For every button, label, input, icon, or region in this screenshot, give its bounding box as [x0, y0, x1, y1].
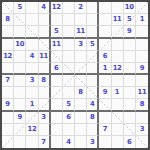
cell-r9c4[interactable] — [39, 99, 51, 111]
cell-r11c11[interactable] — [124, 124, 136, 136]
given-digit: 8 — [5, 16, 9, 23]
cell-r4c5[interactable]: 11 — [51, 39, 63, 51]
cell-r1c11[interactable]: 10 — [124, 2, 136, 14]
given-digit: 10 — [15, 41, 24, 48]
cell-r3c7[interactable]: 11 — [75, 26, 87, 38]
cell-r10c6[interactable]: 6 — [63, 112, 75, 124]
cell-r4c2[interactable]: 10 — [14, 39, 26, 51]
cell-r5c12[interactable] — [136, 51, 148, 63]
cell-r1c1[interactable] — [2, 2, 14, 14]
cell-r9c10[interactable] — [112, 99, 124, 111]
cell-r10c8[interactable]: 8 — [87, 112, 99, 124]
cell-r12c3[interactable] — [26, 136, 38, 148]
cell-r11c2[interactable] — [14, 124, 26, 136]
given-digit: 5 — [127, 16, 131, 23]
cell-r6c2[interactable] — [14, 63, 26, 75]
cell-r5c4[interactable]: 11 — [39, 51, 51, 63]
cell-r12c11[interactable]: 6 — [124, 136, 136, 148]
given-digit: 1 — [115, 89, 119, 96]
given-digit: 6 — [66, 114, 70, 121]
given-digit: 3 — [140, 126, 144, 133]
cell-r9c9[interactable] — [99, 99, 111, 111]
cell-r4c6[interactable] — [63, 39, 75, 51]
cell-r2c6[interactable] — [63, 14, 75, 26]
cell-r8c9[interactable]: 9 — [99, 87, 111, 99]
given-digit: 5 — [54, 28, 58, 35]
given-digit: 8 — [90, 114, 94, 121]
cell-r3c8[interactable] — [87, 26, 99, 38]
cell-r11c4[interactable] — [39, 124, 51, 136]
cell-r11c10[interactable] — [112, 124, 124, 136]
given-digit: 9 — [18, 114, 22, 121]
cell-r3c11[interactable]: 9 — [124, 26, 136, 38]
given-digit: 7 — [103, 126, 107, 133]
cell-r7c7[interactable] — [75, 75, 87, 87]
cell-r5c7[interactable] — [75, 51, 87, 63]
given-digit: 11 — [137, 89, 146, 96]
cell-r2c2[interactable] — [14, 14, 26, 26]
cell-r2c1[interactable]: 8 — [2, 14, 14, 26]
given-digit: 2 — [78, 4, 82, 11]
given-digit: 5 — [18, 4, 22, 11]
cell-r4c12[interactable] — [136, 39, 148, 51]
cell-r11c7[interactable] — [75, 124, 87, 136]
cell-r7c3[interactable]: 3 — [26, 75, 38, 87]
cell-r8c11[interactable] — [124, 87, 136, 99]
cell-r4c7[interactable]: 3 — [75, 39, 87, 51]
given-digit: 11 — [113, 16, 122, 23]
cell-r5c10[interactable] — [112, 51, 124, 63]
given-digit: 5 — [66, 101, 70, 108]
given-digit: 3 — [90, 139, 94, 146]
cell-r5c2[interactable] — [14, 51, 26, 63]
cell-r8c8[interactable] — [87, 87, 99, 99]
cell-r2c12[interactable]: 1 — [136, 14, 148, 26]
cell-r5c3[interactable]: 4 — [26, 51, 38, 63]
cell-r10c2[interactable]: 9 — [14, 112, 26, 124]
given-digit: 7 — [5, 77, 9, 84]
cell-r9c5[interactable] — [51, 99, 63, 111]
cell-r12c8[interactable]: 3 — [87, 136, 99, 148]
cell-r1c5[interactable]: 12 — [51, 2, 63, 14]
cell-r6c11[interactable] — [124, 63, 136, 75]
cell-r9c6[interactable]: 5 — [63, 99, 75, 111]
cell-r7c10[interactable] — [112, 75, 124, 87]
cell-r8c1[interactable] — [2, 87, 14, 99]
cell-r12c1[interactable] — [2, 136, 14, 148]
given-digit: 1 — [30, 101, 34, 108]
cell-r4c8[interactable]: 5 — [87, 39, 99, 51]
cell-r10c9[interactable] — [99, 112, 111, 124]
cell-r4c10[interactable] — [112, 39, 124, 51]
cell-r8c5[interactable] — [51, 87, 63, 99]
cell-r7c1[interactable]: 7 — [2, 75, 14, 87]
given-digit: 7 — [41, 139, 45, 146]
given-digit: 11 — [52, 41, 61, 48]
cell-r2c9[interactable] — [99, 14, 111, 26]
given-digit: 4 — [41, 4, 45, 11]
cell-r11c6[interactable] — [63, 124, 75, 136]
given-digit: 11 — [76, 28, 85, 35]
given-digit: 1 — [103, 65, 107, 72]
cell-r10c11[interactable] — [124, 112, 136, 124]
cell-r6c12[interactable]: 9 — [136, 63, 148, 75]
cell-r5c1[interactable]: 12 — [2, 51, 14, 63]
cell-r6c5[interactable]: 6 — [51, 63, 63, 75]
cell-r9c12[interactable]: 8 — [136, 99, 148, 111]
given-digit: 4 — [30, 53, 34, 60]
cell-r11c5[interactable] — [51, 124, 63, 136]
given-digit: 4 — [90, 101, 94, 108]
cell-r10c1[interactable] — [2, 112, 14, 124]
cell-r5c5[interactable] — [51, 51, 63, 63]
cell-r3c3[interactable] — [26, 26, 38, 38]
cell-r10c7[interactable] — [75, 112, 87, 124]
given-digit: 6 — [127, 139, 131, 146]
cell-r5c9[interactable]: 6 — [99, 51, 111, 63]
given-digit: 9 — [103, 89, 107, 96]
cell-r7c9[interactable] — [99, 75, 111, 87]
cell-r6c7[interactable] — [75, 63, 87, 75]
cell-r10c4[interactable]: 3 — [39, 112, 51, 124]
given-digit: 1 — [140, 16, 144, 23]
cell-r8c6[interactable] — [63, 87, 75, 99]
cell-r2c3[interactable] — [26, 14, 38, 26]
cell-r11c9[interactable]: 7 — [99, 124, 111, 136]
cell-r3c12[interactable] — [136, 26, 148, 38]
cell-r9c3[interactable]: 1 — [26, 99, 38, 111]
cell-r8c7[interactable]: 8 — [75, 87, 87, 99]
cell-r9c11[interactable] — [124, 99, 136, 111]
given-digit: 3 — [41, 114, 45, 121]
cell-r4c3[interactable] — [26, 39, 38, 51]
cell-r11c3[interactable]: 12 — [26, 124, 38, 136]
cell-r3c5[interactable]: 5 — [51, 26, 63, 38]
given-digit: 6 — [103, 53, 107, 60]
cell-r3c4[interactable] — [39, 26, 51, 38]
cell-r10c12[interactable] — [136, 112, 148, 124]
cell-r3c6[interactable] — [63, 26, 75, 38]
cell-r1c9[interactable] — [99, 2, 111, 14]
cell-r1c6[interactable] — [63, 2, 75, 14]
given-digit: 6 — [54, 65, 58, 72]
cell-r1c10[interactable] — [112, 2, 124, 14]
cell-r11c1[interactable] — [2, 124, 14, 136]
cell-r5c11[interactable] — [124, 51, 136, 63]
cell-r12c6[interactable]: 4 — [63, 136, 75, 148]
given-digit: 8 — [140, 101, 144, 108]
cell-r7c11[interactable] — [124, 75, 136, 87]
cell-r8c3[interactable] — [26, 87, 38, 99]
cell-r8c12[interactable]: 11 — [136, 87, 148, 99]
cell-r12c12[interactable] — [136, 136, 148, 148]
cell-r9c2[interactable] — [14, 99, 26, 111]
cell-r6c9[interactable]: 1 — [99, 63, 111, 75]
cell-r2c5[interactable] — [51, 14, 63, 26]
given-digit: 12 — [3, 53, 12, 60]
cell-r8c2[interactable] — [14, 87, 26, 99]
cell-r12c7[interactable] — [75, 136, 87, 148]
cell-r12c9[interactable] — [99, 136, 111, 148]
cell-r2c10[interactable]: 11 — [112, 14, 124, 26]
cell-r12c2[interactable] — [14, 136, 26, 148]
given-digit: 9 — [5, 101, 9, 108]
given-digit: 9 — [127, 28, 131, 35]
given-digit: 3 — [78, 41, 82, 48]
given-digit: 12 — [52, 4, 61, 11]
cell-r7c4[interactable]: 8 — [39, 75, 51, 87]
cell-r6c8[interactable] — [87, 63, 99, 75]
cell-r9c7[interactable] — [75, 99, 87, 111]
given-digit: 9 — [140, 65, 144, 72]
given-digit: 12 — [113, 65, 122, 72]
cell-r1c3[interactable] — [26, 2, 38, 14]
given-digit: 5 — [90, 41, 94, 48]
cell-r4c4[interactable] — [39, 39, 51, 51]
cell-r4c9[interactable] — [99, 39, 111, 51]
cell-r3c2[interactable] — [14, 26, 26, 38]
cell-r2c8[interactable] — [87, 14, 99, 26]
cell-r12c10[interactable] — [112, 136, 124, 148]
cell-r2c11[interactable]: 5 — [124, 14, 136, 26]
cell-r9c1[interactable]: 9 — [2, 99, 14, 111]
cell-r1c8[interactable] — [87, 2, 99, 14]
cell-r2c7[interactable] — [75, 14, 87, 26]
cell-r7c6[interactable] — [63, 75, 75, 87]
given-digit: 4 — [66, 139, 70, 146]
given-digit: 3 — [30, 77, 34, 84]
cell-r5c8[interactable] — [87, 51, 99, 63]
cell-r1c4[interactable]: 4 — [39, 2, 51, 14]
cell-r8c10[interactable]: 1 — [112, 87, 124, 99]
cell-r4c11[interactable] — [124, 39, 136, 51]
given-digit: 8 — [41, 77, 45, 84]
cell-r5c6[interactable] — [63, 51, 75, 63]
cell-r6c10[interactable]: 12 — [112, 63, 124, 75]
cell-r7c12[interactable] — [136, 75, 148, 87]
cell-r8c4[interactable] — [39, 87, 51, 99]
cell-r1c12[interactable] — [136, 2, 148, 14]
cell-r7c5[interactable] — [51, 75, 63, 87]
cell-r7c8[interactable] — [87, 75, 99, 87]
cell-r3c10[interactable] — [112, 26, 124, 38]
cell-r10c3[interactable] — [26, 112, 38, 124]
cell-r2c4[interactable] — [39, 14, 51, 26]
given-digit: 10 — [125, 4, 134, 11]
cell-r7c2[interactable] — [14, 75, 26, 87]
cell-r12c5[interactable] — [51, 136, 63, 148]
cell-r11c8[interactable] — [87, 124, 99, 136]
cell-r6c6[interactable] — [63, 63, 75, 75]
cell-r10c5[interactable] — [51, 112, 63, 124]
cell-r4c1[interactable] — [2, 39, 14, 51]
cell-r9c8[interactable]: 4 — [87, 99, 99, 111]
given-digit: 8 — [78, 89, 82, 96]
cell-r1c7[interactable]: 2 — [75, 2, 87, 14]
given-digit: 12 — [27, 126, 36, 133]
cell-r11c12[interactable]: 3 — [136, 124, 148, 136]
cell-r3c1[interactable] — [2, 26, 14, 38]
cell-r6c1[interactable] — [2, 63, 14, 75]
cell-r3c9[interactable] — [99, 26, 111, 38]
cell-r6c3[interactable] — [26, 63, 38, 75]
cell-r1c2[interactable]: 5 — [14, 2, 26, 14]
sudoku-app: 5412210811515119101135124116611297388911… — [0, 0, 150, 150]
sudoku-board: 5412210811515119101135124116611297388911… — [0, 0, 150, 150]
cell-r6c4[interactable] — [39, 63, 51, 75]
cell-r12c4[interactable]: 7 — [39, 136, 51, 148]
given-digit: 11 — [39, 53, 48, 60]
cell-r10c10[interactable] — [112, 112, 124, 124]
